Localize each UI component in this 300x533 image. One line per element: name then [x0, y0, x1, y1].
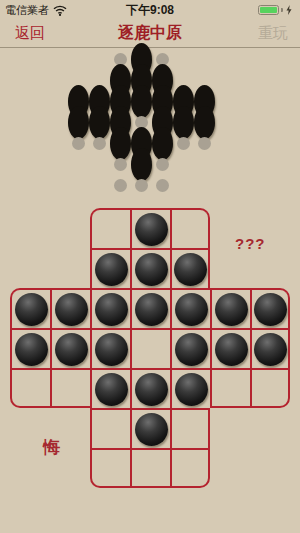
status-bar: 電信業者 下午9:08 [0, 0, 300, 20]
peg[interactable] [95, 293, 128, 326]
board-cell-occupied[interactable] [250, 328, 290, 368]
minimap-empty-dot [72, 137, 85, 150]
board-cell-empty[interactable] [130, 448, 170, 488]
peg[interactable] [175, 333, 208, 366]
minimap-cell [110, 154, 131, 175]
peg[interactable] [254, 333, 287, 366]
hint-button[interactable]: ??? [235, 235, 266, 252]
peg[interactable] [135, 213, 168, 246]
board-cell-occupied[interactable] [170, 368, 210, 408]
peg[interactable] [135, 253, 168, 286]
minimap-cell [110, 175, 131, 196]
peg[interactable] [55, 333, 88, 366]
board-cell-occupied[interactable] [170, 328, 210, 368]
board-cell-empty[interactable] [210, 368, 250, 408]
minimap-empty-dot [177, 137, 190, 150]
peg[interactable] [254, 293, 287, 326]
minimap-cell [68, 112, 89, 133]
minimap-cell [89, 112, 110, 133]
minimap-cell [194, 133, 215, 154]
minimap-cell [173, 112, 194, 133]
peg[interactable] [15, 293, 48, 326]
minimap-cell [173, 133, 194, 154]
minimap-empty-dot [93, 137, 106, 150]
board-cell-occupied[interactable] [210, 328, 250, 368]
minimap-cell [68, 133, 89, 154]
board-cell-occupied[interactable] [250, 288, 290, 328]
peg[interactable] [95, 373, 128, 406]
minimap-cell [152, 154, 173, 175]
back-button[interactable]: 返回 [15, 24, 45, 43]
peg[interactable] [135, 413, 168, 446]
minimap-cell [131, 154, 152, 175]
peg[interactable] [174, 253, 207, 286]
minimap-empty-dot [135, 179, 148, 192]
board-cell-occupied[interactable] [210, 288, 250, 328]
board-cell-empty[interactable] [170, 448, 210, 488]
peg[interactable] [95, 253, 128, 286]
minimap-empty-dot [114, 179, 127, 192]
peg[interactable] [215, 333, 248, 366]
board-cell-empty[interactable] [90, 448, 130, 488]
board-cell-empty[interactable] [170, 408, 210, 448]
minimap-cell [89, 133, 110, 154]
board-cell-occupied[interactable] [90, 368, 130, 408]
clock: 下午9:08 [0, 2, 300, 19]
board-cell-empty[interactable] [90, 408, 130, 448]
peg[interactable] [55, 293, 88, 326]
undo-button[interactable]: 悔 [43, 436, 60, 459]
peg[interactable] [135, 373, 168, 406]
board-cell-occupied[interactable] [90, 248, 130, 288]
minimap-cell [131, 175, 152, 196]
minimap-cell [110, 133, 131, 154]
minimap-empty-dot [114, 158, 127, 171]
board-cell-empty[interactable] [250, 368, 290, 408]
peg[interactable] [215, 293, 248, 326]
board-cell-empty[interactable] [170, 208, 210, 248]
board-cell-occupied[interactable] [130, 208, 170, 248]
board-cell-empty[interactable] [90, 208, 130, 248]
minimap-empty-dot [156, 158, 169, 171]
board-cell-occupied[interactable] [50, 288, 90, 328]
board-cell-occupied[interactable] [130, 248, 170, 288]
minimap-cell [194, 112, 215, 133]
board-cell-empty[interactable] [130, 328, 170, 368]
board-cell-occupied[interactable] [130, 408, 170, 448]
peg[interactable] [175, 373, 208, 406]
minimap-empty-dot [156, 179, 169, 192]
peg[interactable] [95, 333, 128, 366]
minimap-empty-dot [198, 137, 211, 150]
replay-button[interactable]: 重玩 [258, 24, 288, 43]
peg[interactable] [175, 293, 208, 326]
board-cell-occupied[interactable] [10, 288, 50, 328]
board-minimap [68, 49, 215, 196]
board-cell-empty[interactable] [50, 368, 90, 408]
nav-bar: 返回 逐鹿中原 重玩 [0, 20, 300, 48]
board-cell-occupied[interactable] [50, 328, 90, 368]
minimap-cell [131, 91, 152, 112]
minimap-cell [152, 175, 173, 196]
peg[interactable] [135, 293, 168, 326]
board-cell-occupied[interactable] [130, 368, 170, 408]
board-cell-occupied[interactable] [90, 288, 130, 328]
page-title: 逐鹿中原 [0, 23, 300, 44]
peg[interactable] [15, 333, 48, 366]
board-cell-empty[interactable] [10, 368, 50, 408]
minimap-cell [152, 133, 173, 154]
board-cell-occupied[interactable] [170, 288, 210, 328]
board-cell-occupied[interactable] [130, 288, 170, 328]
board-cell-occupied[interactable] [170, 248, 210, 288]
board-cell-occupied[interactable] [10, 328, 50, 368]
board-cell-occupied[interactable] [90, 328, 130, 368]
app-screen: 電信業者 下午9:08 返回 逐鹿中原 重玩 ??? 悔 [0, 0, 300, 533]
